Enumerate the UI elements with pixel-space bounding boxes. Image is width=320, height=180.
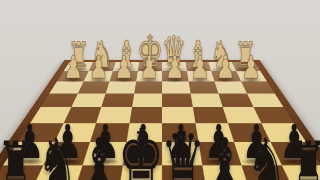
square-f5: [96, 107, 132, 123]
square-d1: [162, 62, 187, 71]
square-e4: [132, 93, 162, 107]
square-f3: [106, 81, 136, 93]
square-g2: [83, 71, 113, 81]
square-e1: [137, 62, 162, 71]
square-e6: [126, 123, 162, 142]
square-f1: [113, 62, 139, 71]
square-c4: [190, 93, 223, 107]
square-a2: [236, 71, 267, 81]
square-f2: [109, 71, 137, 81]
square-a4: [246, 93, 283, 107]
square-c1: [185, 62, 211, 71]
square-a3: [241, 81, 275, 93]
square-a5: [253, 107, 294, 123]
square-f8: [74, 165, 123, 180]
square-d3: [162, 81, 190, 93]
square-d7: [162, 142, 202, 165]
square-g5: [63, 107, 101, 123]
square-d8: [162, 165, 206, 180]
square-e5: [129, 107, 162, 123]
square-e3: [134, 81, 162, 93]
square-f4: [101, 93, 134, 107]
square-g3: [78, 81, 110, 93]
square-f7: [83, 142, 126, 165]
square-a1: [231, 62, 260, 71]
square-d2: [162, 71, 188, 81]
square-c3: [188, 81, 218, 93]
square-g4: [71, 93, 106, 107]
square-d6: [162, 123, 198, 142]
square-c2: [187, 71, 215, 81]
square-g1: [88, 62, 116, 71]
square-e7: [122, 142, 162, 165]
square-d5: [162, 107, 195, 123]
square-f6: [90, 123, 129, 142]
square-e8: [118, 165, 162, 180]
square-e2: [136, 71, 162, 81]
square-a8: [281, 165, 320, 180]
chess-photo-scene: ♜♞♝♛♚♝♞♜♟♟♟♟♟♟♟♟♟♟♟♟♟♟♟♟♜♞♝♛♚♝♞♜: [0, 0, 320, 180]
square-d4: [162, 93, 192, 107]
